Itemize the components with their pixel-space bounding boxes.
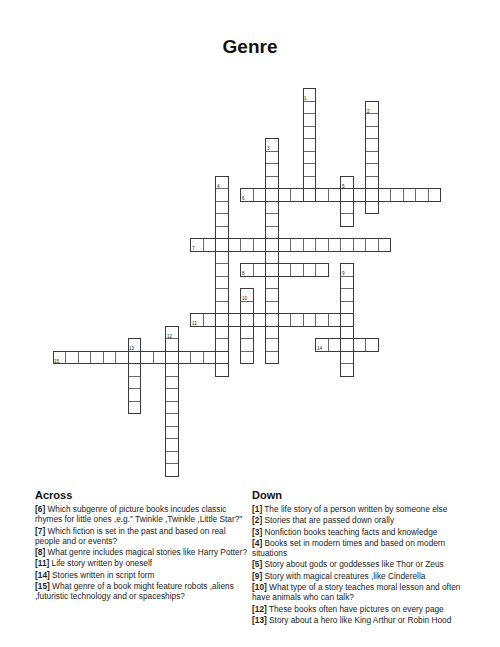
grid-cell[interactable] xyxy=(265,188,279,202)
grid-cell[interactable] xyxy=(290,263,304,277)
clue-item: [9] Story with magical creatures ,like C… xyxy=(252,571,476,581)
grid-cell[interactable] xyxy=(165,388,179,402)
grid-cell[interactable] xyxy=(265,213,279,227)
grid-cell[interactable] xyxy=(290,188,304,202)
grid-cell[interactable] xyxy=(215,276,229,290)
grid-cell[interactable] xyxy=(240,188,254,202)
grid-cell[interactable] xyxy=(265,201,279,215)
grid-cell[interactable] xyxy=(240,326,254,340)
across-clue-list: [6] Which subgenre of picture books incu… xyxy=(35,504,248,602)
grid-cell[interactable] xyxy=(265,226,279,240)
clue-item: [5] Story about gods or goddesses like T… xyxy=(252,559,476,569)
grid-cell[interactable] xyxy=(140,351,154,365)
grid-cell[interactable] xyxy=(340,326,354,340)
grid-cell[interactable] xyxy=(340,176,354,190)
grid-cell[interactable] xyxy=(303,88,317,102)
clue-text: Story about gods or goddesses like Thor … xyxy=(262,559,444,569)
clues-across: Across [6] Which subgenre of picture boo… xyxy=(35,489,248,603)
clue-number-label: [6] xyxy=(35,504,45,514)
grid-cell[interactable] xyxy=(365,188,379,202)
grid-cell[interactable] xyxy=(165,363,179,377)
grid-cell[interactable] xyxy=(328,188,342,202)
grid-cell[interactable] xyxy=(253,188,267,202)
clue-number-label: [12] xyxy=(252,604,267,614)
clue-text: Which subgenre of picture books incudes … xyxy=(35,504,242,524)
clue-number-label: [4] xyxy=(252,538,262,548)
grid-cell[interactable] xyxy=(265,238,279,252)
grid-cell[interactable] xyxy=(365,126,379,140)
grid-cell[interactable] xyxy=(165,401,179,415)
clue-number-label: [2] xyxy=(252,515,262,525)
clue-number-label: [8] xyxy=(35,547,45,557)
clue-item: [6] Which subgenre of picture books incu… xyxy=(35,504,248,525)
grid-cell[interactable] xyxy=(115,351,129,365)
grid-cell[interactable] xyxy=(240,338,254,352)
clue-item: [10] What type of a story teaches moral … xyxy=(252,582,476,603)
grid-cell[interactable] xyxy=(340,313,354,327)
grid-cell[interactable] xyxy=(165,413,179,427)
grid-cell[interactable] xyxy=(315,263,329,277)
grid-cell[interactable] xyxy=(78,351,92,365)
clue-text: These books often have pictures on every… xyxy=(267,604,444,614)
grid-cell[interactable] xyxy=(265,163,279,177)
grid-cell[interactable] xyxy=(265,338,279,352)
grid-cell[interactable] xyxy=(190,351,204,365)
grid-cell[interactable] xyxy=(165,376,179,390)
grid-cell[interactable] xyxy=(303,113,317,127)
clue-text: Stories that are passed down orally xyxy=(262,515,394,525)
grid-cell[interactable] xyxy=(228,313,242,327)
grid-cell[interactable] xyxy=(165,438,179,452)
clue-text: Stories written in script form xyxy=(50,570,155,580)
grid-cell[interactable] xyxy=(365,338,379,352)
grid-cell[interactable] xyxy=(353,338,367,352)
clue-text: What genre includes magical stories like… xyxy=(45,547,247,557)
grid-cell[interactable] xyxy=(328,313,342,327)
grid-cell[interactable] xyxy=(165,338,179,352)
clue-item: [2] Stories that are passed down orally xyxy=(252,515,476,525)
grid-cell[interactable] xyxy=(215,251,229,265)
grid-cell[interactable] xyxy=(265,138,279,152)
grid-cell[interactable] xyxy=(153,351,167,365)
clue-item: [8] What genre includes magical stories … xyxy=(35,547,248,557)
grid-cell[interactable] xyxy=(228,238,242,252)
clue-text: Story with magical creatures ,like Cinde… xyxy=(262,571,425,581)
grid-cell[interactable] xyxy=(278,313,292,327)
grid-cell[interactable] xyxy=(165,326,179,340)
grid-cell[interactable] xyxy=(340,288,354,302)
grid-cell[interactable] xyxy=(340,276,354,290)
grid-cell[interactable] xyxy=(190,238,204,252)
grid-cell[interactable] xyxy=(190,313,204,327)
clue-item: [1] The life story of a person written b… xyxy=(252,504,476,514)
grid-cell[interactable] xyxy=(315,338,329,352)
clue-number-label: [14] xyxy=(35,570,50,580)
grid-cell[interactable] xyxy=(303,101,317,115)
grid-cell[interactable] xyxy=(215,201,229,215)
grid-cell[interactable] xyxy=(240,351,254,365)
clue-number-label: [5] xyxy=(252,559,262,569)
grid-cell[interactable] xyxy=(165,426,179,440)
clue-text: The life story of a person written by so… xyxy=(262,504,447,514)
grid-cell[interactable] xyxy=(128,401,142,415)
grid-cell[interactable] xyxy=(203,238,217,252)
grid-cell[interactable] xyxy=(365,113,379,127)
grid-cell[interactable] xyxy=(215,363,229,377)
clue-number-label: [11] xyxy=(35,558,49,568)
clue-number-label: [10] xyxy=(252,582,267,592)
grid-cell[interactable] xyxy=(128,388,142,402)
grid-cell[interactable] xyxy=(303,238,317,252)
grid-cell[interactable] xyxy=(165,451,179,465)
clue-text: Life story written by oneself xyxy=(49,558,152,568)
grid-cell[interactable] xyxy=(340,301,354,315)
clue-text: What type of a story teaches moral lesso… xyxy=(252,582,460,602)
clue-item: [3] Nonfiction books teaching facts and … xyxy=(252,527,476,537)
grid-cell[interactable] xyxy=(203,351,217,365)
grid-cell[interactable] xyxy=(240,263,254,277)
grid-cell[interactable] xyxy=(378,238,392,252)
grid-cell[interactable] xyxy=(365,201,379,215)
grid-cell[interactable] xyxy=(265,288,279,302)
grid-cell[interactable] xyxy=(278,238,292,252)
grid-cell[interactable] xyxy=(315,313,329,327)
grid-cell[interactable] xyxy=(340,351,354,365)
grid-cell[interactable] xyxy=(253,313,267,327)
grid-cell[interactable] xyxy=(328,338,342,352)
grid-cell[interactable] xyxy=(340,201,354,215)
grid-cell[interactable] xyxy=(365,101,379,115)
grid-cell[interactable] xyxy=(378,188,392,202)
grid-cell[interactable] xyxy=(165,351,179,365)
grid-cell[interactable] xyxy=(215,226,229,240)
grid-cell[interactable] xyxy=(65,351,79,365)
clue-number-label: [13] xyxy=(252,615,267,625)
grid-cell[interactable] xyxy=(340,338,354,352)
grid-cell[interactable] xyxy=(265,301,279,315)
grid-cell[interactable] xyxy=(253,238,267,252)
clues-down: Down [1] The life story of a person writ… xyxy=(252,489,476,626)
clue-item: [4] Books set in modern times and based … xyxy=(252,538,476,559)
grid-cell[interactable] xyxy=(315,188,329,202)
grid-cell[interactable] xyxy=(215,176,229,190)
grid-cell[interactable] xyxy=(253,263,267,277)
grid-cell[interactable] xyxy=(128,338,142,352)
clue-text: Books set in modern times and based on m… xyxy=(252,538,445,558)
grid-cell[interactable] xyxy=(390,188,404,202)
grid-cell[interactable] xyxy=(53,351,67,365)
grid-cell[interactable] xyxy=(278,188,292,202)
grid-cell[interactable] xyxy=(265,313,279,327)
grid-cell[interactable] xyxy=(303,163,317,177)
grid-cell[interactable] xyxy=(303,263,317,277)
down-header: Down xyxy=(252,489,476,501)
clue-number-label: [7] xyxy=(35,526,45,536)
grid-cell[interactable] xyxy=(165,463,179,477)
grid-cell[interactable] xyxy=(265,276,279,290)
clue-item: [11] Life story written by oneself xyxy=(35,558,248,568)
grid-cell[interactable] xyxy=(265,351,279,365)
grid-cell[interactable] xyxy=(365,238,379,252)
grid-cell[interactable] xyxy=(240,288,254,302)
down-clue-list: [1] The life story of a person written b… xyxy=(252,504,476,625)
clue-number-label: [3] xyxy=(252,527,262,537)
clue-number-label: [15] xyxy=(35,581,50,591)
clue-number-label: [9] xyxy=(252,571,262,581)
across-header: Across xyxy=(35,489,248,501)
grid-cell[interactable] xyxy=(403,188,417,202)
grid-cell[interactable] xyxy=(265,326,279,340)
grid-cell[interactable] xyxy=(240,238,254,252)
grid-cell[interactable] xyxy=(315,238,329,252)
grid-cell[interactable] xyxy=(365,151,379,165)
grid-cell[interactable] xyxy=(265,151,279,165)
grid-cell[interactable] xyxy=(303,313,317,327)
grid-cell[interactable] xyxy=(340,188,354,202)
clue-item: [12] These books often have pictures on … xyxy=(252,604,476,614)
grid-cell[interactable] xyxy=(415,188,429,202)
clue-item: [14] Stories written in script form xyxy=(35,570,248,580)
grid-cell[interactable] xyxy=(215,213,229,227)
grid-cell[interactable] xyxy=(215,338,229,352)
grid-cell[interactable] xyxy=(128,376,142,390)
grid-cell[interactable] xyxy=(290,313,304,327)
grid-cell[interactable] xyxy=(215,288,229,302)
grid-cell[interactable] xyxy=(215,301,229,315)
grid-cell[interactable] xyxy=(303,151,317,165)
grid-cell[interactable] xyxy=(265,263,279,277)
clue-item: [7] Which fiction is set in the past and… xyxy=(35,526,248,547)
grid-cell[interactable] xyxy=(240,313,254,327)
grid-cell[interactable] xyxy=(340,238,354,252)
clue-text: What genre of a book might feature robot… xyxy=(35,581,234,601)
grid-cell[interactable] xyxy=(215,313,229,327)
grid-cell[interactable] xyxy=(353,188,367,202)
grid-cell[interactable] xyxy=(265,251,279,265)
grid-cell[interactable] xyxy=(178,351,192,365)
clue-text: Story about a hero like King Arthur or R… xyxy=(267,615,451,625)
grid-cell[interactable] xyxy=(290,238,304,252)
grid-cell[interactable] xyxy=(353,238,367,252)
clue-item: [15] What genre of a book might feature … xyxy=(35,581,248,602)
grid-cell[interactable] xyxy=(303,176,317,190)
grid-cell[interactable] xyxy=(278,263,292,277)
clue-item: [13] Story about a hero like King Arthur… xyxy=(252,615,476,625)
grid-cell[interactable] xyxy=(340,263,354,277)
grid-cell[interactable] xyxy=(215,326,229,340)
grid-cell[interactable] xyxy=(303,126,317,140)
clue-text: Nonfiction books teaching facts and know… xyxy=(262,527,437,537)
grid-cell[interactable] xyxy=(203,313,217,327)
clue-number-label: [1] xyxy=(252,504,262,514)
grid-cell[interactable] xyxy=(90,351,104,365)
grid-cell[interactable] xyxy=(340,213,354,227)
grid-cell[interactable] xyxy=(103,351,117,365)
grid-cell[interactable] xyxy=(265,176,279,190)
grid-cell[interactable] xyxy=(303,138,317,152)
grid-cell[interactable] xyxy=(365,163,379,177)
grid-cell[interactable] xyxy=(215,351,229,365)
grid-cell[interactable] xyxy=(340,363,354,377)
grid-cell[interactable] xyxy=(365,176,379,190)
grid-cell[interactable] xyxy=(240,301,254,315)
grid-cell[interactable] xyxy=(215,188,229,202)
grid-cell[interactable] xyxy=(303,188,317,202)
grid-cell[interactable] xyxy=(328,238,342,252)
clue-text: Which fiction is set in the past and bas… xyxy=(35,526,225,546)
grid-cell[interactable] xyxy=(128,351,142,365)
grid-cell[interactable] xyxy=(215,263,229,277)
grid-cell[interactable] xyxy=(365,138,379,152)
grid-cell[interactable] xyxy=(428,188,442,202)
grid-cell[interactable] xyxy=(215,238,229,252)
grid-cell[interactable] xyxy=(128,363,142,377)
